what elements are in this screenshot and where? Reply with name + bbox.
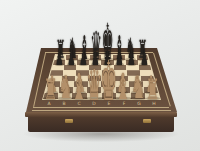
piece-white-rook-h1: ♜ bbox=[142, 76, 162, 104]
piece-black-pawn-h7: ♟ bbox=[138, 47, 150, 68]
box-front-body bbox=[28, 117, 174, 133]
piece-black-pawn-a7: ♟ bbox=[53, 47, 65, 68]
chess-set-photo: ABCDEFGH♜♞♝♛♚♝♞♜♟♟♟♟♟♟♟♟♟♟♟♟♟♟♟♟♜♞♝♛♚♝♞♜ bbox=[0, 0, 200, 151]
brass-latch-right bbox=[143, 119, 151, 124]
brass-latch-left bbox=[65, 119, 73, 124]
